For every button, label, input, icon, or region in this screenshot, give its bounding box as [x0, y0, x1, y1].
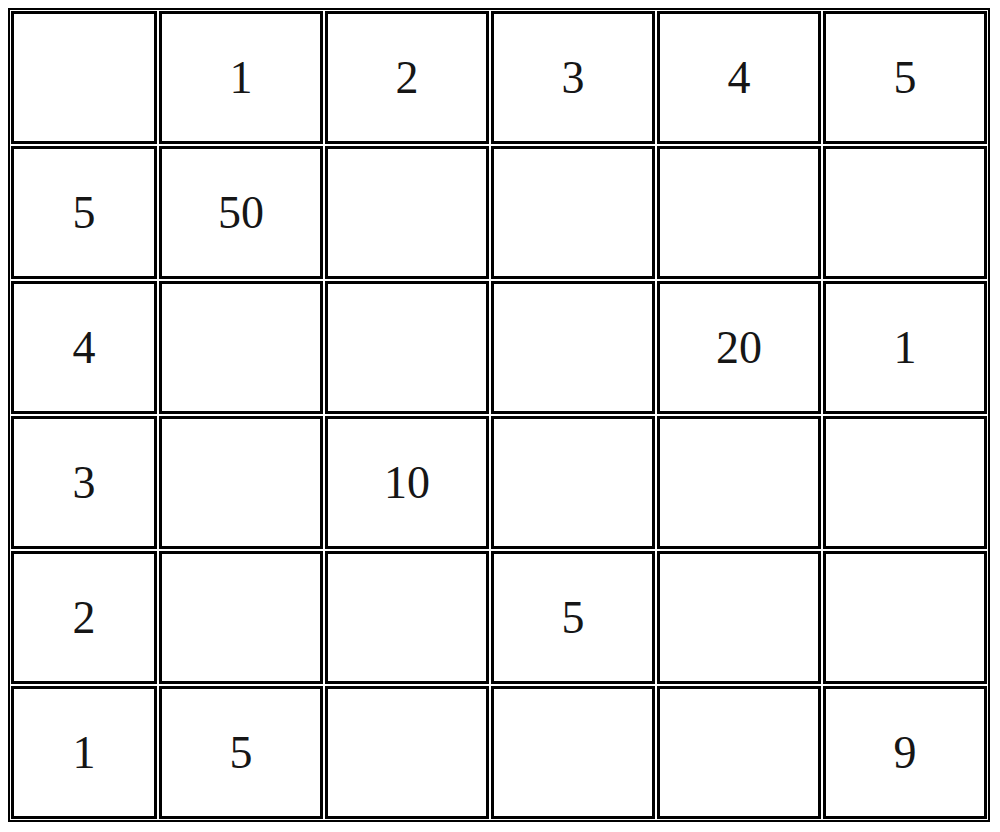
row-header-2: 2: [11, 551, 157, 684]
cell-r2-c3[interactable]: 5: [491, 551, 655, 684]
cell-r2-c4[interactable]: [657, 551, 821, 684]
column-header-1: 1: [159, 11, 323, 144]
cell-r4-c5[interactable]: 1: [823, 281, 987, 414]
cell-r3-c3[interactable]: [491, 416, 655, 549]
cell-r5-c1[interactable]: 50: [159, 146, 323, 279]
cell-r1-c3[interactable]: [491, 686, 655, 819]
column-header-2: 2: [325, 11, 489, 144]
cell-r2-c5[interactable]: [823, 551, 987, 684]
cell-r5-c5[interactable]: [823, 146, 987, 279]
column-header-5: 5: [823, 11, 987, 144]
cell-r1-c2[interactable]: [325, 686, 489, 819]
column-header-4: 4: [657, 11, 821, 144]
cell-r3-c4[interactable]: [657, 416, 821, 549]
board: 12345550420131025159: [8, 8, 990, 822]
page: 12345550420131025159: [0, 0, 1000, 832]
row-header-3: 3: [11, 416, 157, 549]
cell-r4-c1[interactable]: [159, 281, 323, 414]
cell-r5-c4[interactable]: [657, 146, 821, 279]
cell-r4-c2[interactable]: [325, 281, 489, 414]
cell-r1-c4[interactable]: [657, 686, 821, 819]
cell-r2-c2[interactable]: [325, 551, 489, 684]
row-header-1: 1: [11, 686, 157, 819]
cell-r1-c1[interactable]: 5: [159, 686, 323, 819]
cell-r3-c5[interactable]: [823, 416, 987, 549]
corner-cell: [11, 11, 157, 144]
cell-r5-c2[interactable]: [325, 146, 489, 279]
cell-r5-c3[interactable]: [491, 146, 655, 279]
row-header-4: 4: [11, 281, 157, 414]
row-header-5: 5: [11, 146, 157, 279]
cell-r3-c2[interactable]: 10: [325, 416, 489, 549]
cell-r4-c4[interactable]: 20: [657, 281, 821, 414]
cell-r3-c1[interactable]: [159, 416, 323, 549]
column-header-3: 3: [491, 11, 655, 144]
cell-r1-c5[interactable]: 9: [823, 686, 987, 819]
cell-r4-c3[interactable]: [491, 281, 655, 414]
cell-r2-c1[interactable]: [159, 551, 323, 684]
